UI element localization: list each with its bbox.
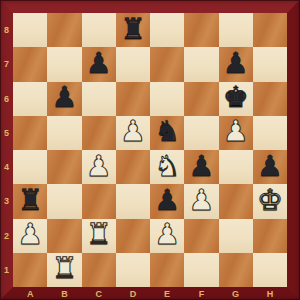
file-label-b: B xyxy=(47,287,81,300)
square-g6[interactable]: ♚ xyxy=(219,82,253,116)
square-g3[interactable] xyxy=(219,184,253,218)
square-b7[interactable] xyxy=(47,47,81,81)
square-c5[interactable] xyxy=(82,116,116,150)
piece-black-pawn-h4[interactable]: ♟ xyxy=(257,152,283,181)
square-f8[interactable] xyxy=(184,13,218,47)
square-b3[interactable] xyxy=(47,184,81,218)
square-c3[interactable] xyxy=(82,184,116,218)
square-d5[interactable]: ♟ xyxy=(116,116,150,150)
file-label-g: G xyxy=(219,287,253,300)
board-frame: ♜♟♟♟♚♟♞♟♟♞♟♟♜♟♟♚♟♜♟♜ 87654321 ABCDEFGH xyxy=(0,0,300,300)
square-a7[interactable] xyxy=(13,47,47,81)
square-a3[interactable]: ♜ xyxy=(13,184,47,218)
square-e7[interactable] xyxy=(150,47,184,81)
square-h8[interactable] xyxy=(253,13,287,47)
piece-white-rook-c2[interactable]: ♜ xyxy=(86,220,112,249)
file-label-f: F xyxy=(184,287,218,300)
square-f6[interactable] xyxy=(184,82,218,116)
square-c1[interactable] xyxy=(82,253,116,287)
piece-white-knight-e4[interactable]: ♞ xyxy=(154,152,180,181)
chess-app-window: ♜♟♟♟♚♟♞♟♟♞♟♟♜♟♟♚♟♜♟♜ 87654321 ABCDEFGH xyxy=(0,0,300,300)
file-label-a: A xyxy=(13,287,47,300)
square-g4[interactable] xyxy=(219,150,253,184)
square-h7[interactable] xyxy=(253,47,287,81)
square-e4[interactable]: ♞ xyxy=(150,150,184,184)
piece-white-pawn-f3[interactable]: ♟ xyxy=(188,186,214,215)
file-label-c: C xyxy=(82,287,116,300)
square-d7[interactable] xyxy=(116,47,150,81)
square-f3[interactable]: ♟ xyxy=(184,184,218,218)
square-f4[interactable]: ♟ xyxy=(184,150,218,184)
file-coordinate-labels: ABCDEFGH xyxy=(13,287,287,300)
piece-white-pawn-d5[interactable]: ♟ xyxy=(120,117,146,146)
rank-label-8: 8 xyxy=(0,13,13,47)
square-h2[interactable] xyxy=(253,219,287,253)
rank-label-5: 5 xyxy=(0,116,13,150)
square-e1[interactable] xyxy=(150,253,184,287)
square-a8[interactable] xyxy=(13,13,47,47)
square-d1[interactable] xyxy=(116,253,150,287)
square-g8[interactable] xyxy=(219,13,253,47)
square-d6[interactable] xyxy=(116,82,150,116)
piece-white-pawn-c4[interactable]: ♟ xyxy=(86,152,112,181)
square-b8[interactable] xyxy=(47,13,81,47)
square-e3[interactable]: ♟ xyxy=(150,184,184,218)
file-label-d: D xyxy=(116,287,150,300)
rank-label-6: 6 xyxy=(0,82,13,116)
piece-white-pawn-a2[interactable]: ♟ xyxy=(17,220,43,249)
square-f5[interactable] xyxy=(184,116,218,150)
square-h6[interactable] xyxy=(253,82,287,116)
piece-black-king-g6[interactable]: ♚ xyxy=(223,83,249,112)
square-d8[interactable]: ♜ xyxy=(116,13,150,47)
piece-black-pawn-b6[interactable]: ♟ xyxy=(51,83,77,112)
piece-black-rook-a3[interactable]: ♜ xyxy=(17,186,43,215)
piece-black-knight-e5[interactable]: ♞ xyxy=(154,117,180,146)
square-g7[interactable]: ♟ xyxy=(219,47,253,81)
piece-black-pawn-c7[interactable]: ♟ xyxy=(86,49,112,78)
piece-black-pawn-e3[interactable]: ♟ xyxy=(154,186,180,215)
file-label-e: E xyxy=(150,287,184,300)
chess-board: ♜♟♟♟♚♟♞♟♟♞♟♟♜♟♟♚♟♜♟♜ xyxy=(13,13,287,287)
square-c2[interactable]: ♜ xyxy=(82,219,116,253)
square-g5[interactable]: ♟ xyxy=(219,116,253,150)
square-f7[interactable] xyxy=(184,47,218,81)
rank-label-3: 3 xyxy=(0,184,13,218)
square-e6[interactable] xyxy=(150,82,184,116)
square-f2[interactable] xyxy=(184,219,218,253)
square-e5[interactable]: ♞ xyxy=(150,116,184,150)
rank-label-2: 2 xyxy=(0,219,13,253)
square-h1[interactable] xyxy=(253,253,287,287)
square-b6[interactable]: ♟ xyxy=(47,82,81,116)
piece-black-pawn-g7[interactable]: ♟ xyxy=(223,49,249,78)
square-h3[interactable]: ♚ xyxy=(253,184,287,218)
square-c8[interactable] xyxy=(82,13,116,47)
square-e8[interactable] xyxy=(150,13,184,47)
piece-white-pawn-g5[interactable]: ♟ xyxy=(223,117,249,146)
square-e2[interactable]: ♟ xyxy=(150,219,184,253)
square-b2[interactable] xyxy=(47,219,81,253)
rank-coordinate-labels: 87654321 xyxy=(0,13,13,287)
piece-white-rook-b1[interactable]: ♜ xyxy=(51,254,77,283)
square-b1[interactable]: ♜ xyxy=(47,253,81,287)
square-a1[interactable] xyxy=(13,253,47,287)
rank-label-7: 7 xyxy=(0,47,13,81)
square-a4[interactable] xyxy=(13,150,47,184)
square-c6[interactable] xyxy=(82,82,116,116)
rank-label-1: 1 xyxy=(0,253,13,287)
piece-white-pawn-e2[interactable]: ♟ xyxy=(154,220,180,249)
rank-label-4: 4 xyxy=(0,150,13,184)
square-c4[interactable]: ♟ xyxy=(82,150,116,184)
square-f1[interactable] xyxy=(184,253,218,287)
square-g2[interactable] xyxy=(219,219,253,253)
square-g1[interactable] xyxy=(219,253,253,287)
square-a5[interactable] xyxy=(13,116,47,150)
piece-black-rook-d8[interactable]: ♜ xyxy=(120,15,146,44)
piece-white-king-h3[interactable]: ♚ xyxy=(257,186,283,215)
square-b5[interactable] xyxy=(47,116,81,150)
square-a2[interactable]: ♟ xyxy=(13,219,47,253)
square-d4[interactable] xyxy=(116,150,150,184)
piece-black-pawn-f4[interactable]: ♟ xyxy=(188,152,214,181)
square-h5[interactable] xyxy=(253,116,287,150)
square-d2[interactable] xyxy=(116,219,150,253)
square-c7[interactable]: ♟ xyxy=(82,47,116,81)
square-h4[interactable]: ♟ xyxy=(253,150,287,184)
square-d3[interactable] xyxy=(116,184,150,218)
square-a6[interactable] xyxy=(13,82,47,116)
square-b4[interactable] xyxy=(47,150,81,184)
file-label-h: H xyxy=(253,287,287,300)
